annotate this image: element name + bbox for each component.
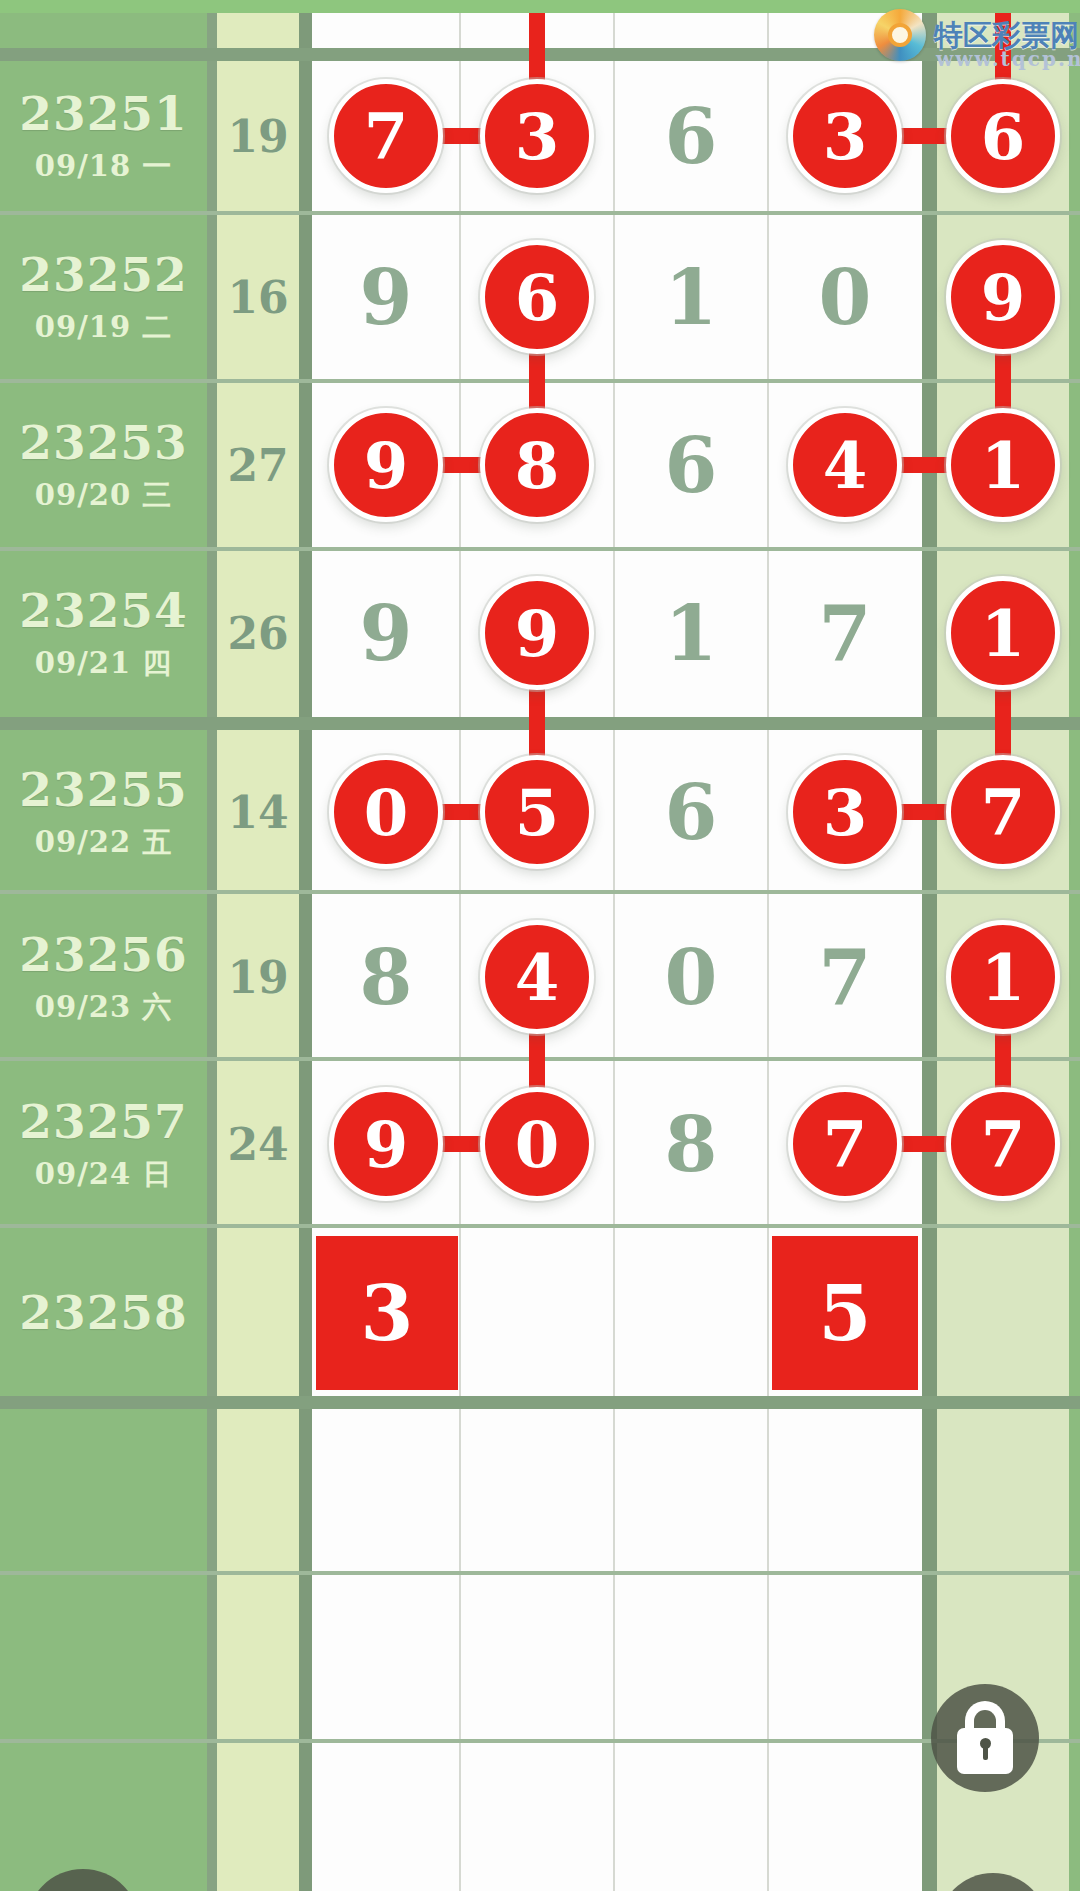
number-cell: 6 [631, 752, 751, 872]
sum-value: 14 [217, 730, 299, 894]
row-divider [0, 1739, 1080, 1743]
hot-number-circle: 9 [946, 240, 1060, 354]
issue-number: 23253 [19, 415, 188, 470]
lottery-trend-chart: 23251 09/18 一 23252 09/19 二 23253 09/20 … [0, 0, 1080, 1891]
hot-number-circle: 4 [480, 920, 594, 1034]
hot-number-circle: 3 [788, 755, 902, 869]
hot-number-circle: 9 [329, 1087, 443, 1201]
number-cell: 6 [631, 76, 751, 196]
number-cell: 0 [631, 917, 751, 1037]
column-divider [922, 0, 937, 1891]
issue-row-23254: 23254 09/21 四 [0, 549, 207, 717]
sum-value: 26 [217, 549, 299, 717]
number-cell: 7 [785, 573, 905, 693]
issue-number: 23254 [19, 583, 188, 638]
number-cell: 8 [631, 1084, 751, 1204]
lock-keyhole-stem [983, 1746, 988, 1760]
group-divider [0, 1396, 1080, 1409]
hot-number-circle: 9 [329, 408, 443, 522]
hot-number-circle: 7 [788, 1087, 902, 1201]
issue-date: 09/19 二 [35, 308, 172, 348]
hot-number-circle: 7 [329, 79, 443, 193]
hot-number-circle: 1 [946, 408, 1060, 522]
lock-icon-body [957, 1728, 1013, 1774]
hot-number-circle: 4 [788, 408, 902, 522]
issue-date: 09/22 五 [35, 823, 172, 863]
hot-number-circle: 1 [946, 920, 1060, 1034]
issue-number: 23257 [19, 1094, 188, 1149]
issue-date: 09/21 四 [35, 644, 172, 684]
sum-value: 16 [217, 213, 299, 381]
issue-number: 23255 [19, 762, 188, 817]
issue-number: 23258 [19, 1285, 188, 1340]
hot-number-circle: 0 [329, 755, 443, 869]
issue-number: 23252 [19, 247, 188, 302]
number-cell: 7 [785, 917, 905, 1037]
hot-number-circle: 9 [480, 576, 594, 690]
hot-number-circle: 3 [788, 79, 902, 193]
number-cell: 8 [326, 917, 446, 1037]
column-divider [207, 0, 217, 1891]
issue-row-23257: 23257 09/24 日 [0, 1061, 207, 1228]
sum-value: 27 [217, 381, 299, 549]
hot-number-circle: 3 [480, 79, 594, 193]
top-strip [0, 0, 1080, 13]
number-cell: 1 [631, 237, 751, 357]
number-cell: 0 [785, 237, 905, 357]
right-edge-strip [1069, 0, 1080, 1891]
issue-date: 09/24 日 [35, 1155, 172, 1195]
lock-button[interactable] [931, 1684, 1039, 1792]
hot-number-circle: 7 [946, 1087, 1060, 1201]
issue-row-23251: 23251 09/18 一 [0, 60, 207, 213]
issue-row-23256: 23256 09/23 六 [0, 894, 207, 1061]
number-cell: 6 [631, 405, 751, 525]
site-logo-icon [874, 9, 926, 61]
hot-number-circle: 8 [480, 408, 594, 522]
hot-number-circle: 6 [946, 79, 1060, 193]
sum-value: 19 [217, 894, 299, 1061]
issue-row-23258: 23258 [0, 1228, 207, 1396]
row-divider [0, 1571, 1080, 1575]
grid-line-vertical [613, 13, 615, 1891]
site-url-text: www.tqcp.net [936, 47, 1080, 71]
site-logo-icon-center [888, 23, 912, 47]
grid-line-vertical [767, 13, 769, 1891]
sum-value: 24 [217, 1061, 299, 1228]
issue-date: 09/18 一 [35, 147, 172, 187]
issue-row-23252: 23252 09/19 二 [0, 213, 207, 381]
pending-number-square: 3 [316, 1236, 458, 1390]
grid-line-vertical [459, 13, 461, 1891]
pending-number-square: 5 [772, 1236, 918, 1390]
column-divider [299, 0, 312, 1891]
issue-number: 23256 [19, 927, 188, 982]
hot-number-circle: 1 [946, 576, 1060, 690]
hot-number-circle: 5 [480, 755, 594, 869]
issue-row-23255: 23255 09/22 五 [0, 730, 207, 894]
hot-number-circle: 6 [480, 240, 594, 354]
number-cell: 9 [326, 237, 446, 357]
sum-value: 19 [217, 60, 299, 213]
issue-row-23253: 23253 09/20 三 [0, 381, 207, 549]
issue-date: 09/23 六 [35, 988, 172, 1028]
issue-number: 23251 [19, 86, 188, 141]
issue-date: 09/20 三 [35, 476, 172, 516]
number-cell: 9 [326, 573, 446, 693]
hot-number-circle: 7 [946, 755, 1060, 869]
hot-number-circle: 0 [480, 1087, 594, 1201]
number-cell: 1 [631, 573, 751, 693]
